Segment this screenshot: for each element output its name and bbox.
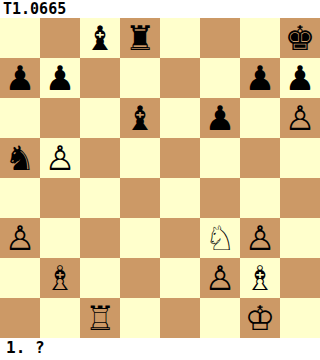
square-d5 [120, 138, 160, 178]
black-pawn-piece: ♟ [245, 58, 275, 98]
square-c3 [80, 218, 120, 258]
square-e5 [160, 138, 200, 178]
square-c4 [80, 178, 120, 218]
square-f1 [200, 298, 240, 338]
black-pawn-piece: ♟ [205, 98, 235, 138]
black-bishop-piece: ♝ [125, 98, 155, 138]
black-pawn-piece: ♟ [285, 58, 315, 98]
square-b2: ♗ [40, 258, 80, 298]
square-f4 [200, 178, 240, 218]
square-e3 [160, 218, 200, 258]
white-rook-piece: ♖ [85, 298, 115, 338]
square-a8 [0, 18, 40, 58]
black-pawn-piece: ♟ [45, 58, 75, 98]
square-a5: ♞ [0, 138, 40, 178]
square-c7 [80, 58, 120, 98]
square-g2: ♗ [240, 258, 280, 298]
black-pawn-piece: ♟ [5, 58, 35, 98]
square-c8: ♝ [80, 18, 120, 58]
square-a7: ♟ [0, 58, 40, 98]
square-f8 [200, 18, 240, 58]
square-a3: ♙ [0, 218, 40, 258]
square-h8: ♚ [280, 18, 320, 58]
white-pawn-piece: ♙ [45, 138, 75, 178]
square-b5: ♙ [40, 138, 80, 178]
square-a2 [0, 258, 40, 298]
square-d3 [120, 218, 160, 258]
square-e1 [160, 298, 200, 338]
square-d6: ♝ [120, 98, 160, 138]
square-h1 [280, 298, 320, 338]
square-c2 [80, 258, 120, 298]
black-bishop-piece: ♝ [85, 18, 115, 58]
square-b7: ♟ [40, 58, 80, 98]
square-g5 [240, 138, 280, 178]
square-a6 [0, 98, 40, 138]
puzzle-title: T1.0665 [0, 0, 320, 18]
square-b4 [40, 178, 80, 218]
square-g4 [240, 178, 280, 218]
square-d2 [120, 258, 160, 298]
chess-board: ♝♜♚♟♟♟♟♝♟♙♞♙♙♘♙♗♙♗♖♔ [0, 18, 320, 338]
white-knight-piece: ♘ [205, 218, 235, 258]
square-f5 [200, 138, 240, 178]
square-c6 [80, 98, 120, 138]
white-pawn-piece: ♙ [285, 98, 315, 138]
square-f3: ♘ [200, 218, 240, 258]
square-f7 [200, 58, 240, 98]
square-b3 [40, 218, 80, 258]
square-g6 [240, 98, 280, 138]
move-prompt: 1. ? [0, 338, 320, 360]
square-f6: ♟ [200, 98, 240, 138]
square-g7: ♟ [240, 58, 280, 98]
square-h3 [280, 218, 320, 258]
white-pawn-piece: ♙ [245, 218, 275, 258]
square-e2 [160, 258, 200, 298]
chess-diagram: T1.0665 ♝♜♚♟♟♟♟♝♟♙♞♙♙♘♙♗♙♗♖♔ 1. ? [0, 0, 320, 360]
square-h2 [280, 258, 320, 298]
square-f2: ♙ [200, 258, 240, 298]
square-d8: ♜ [120, 18, 160, 58]
white-bishop-piece: ♗ [245, 258, 275, 298]
black-knight-piece: ♞ [5, 138, 35, 178]
square-e4 [160, 178, 200, 218]
square-g1: ♔ [240, 298, 280, 338]
black-king-piece: ♚ [285, 18, 315, 58]
white-king-piece: ♔ [245, 298, 275, 338]
square-h7: ♟ [280, 58, 320, 98]
square-g3: ♙ [240, 218, 280, 258]
square-b6 [40, 98, 80, 138]
square-c1: ♖ [80, 298, 120, 338]
square-d4 [120, 178, 160, 218]
white-bishop-piece: ♗ [45, 258, 75, 298]
square-a4 [0, 178, 40, 218]
white-pawn-piece: ♙ [205, 258, 235, 298]
square-e7 [160, 58, 200, 98]
square-e6 [160, 98, 200, 138]
black-rook-piece: ♜ [125, 18, 155, 58]
square-c5 [80, 138, 120, 178]
square-a1 [0, 298, 40, 338]
square-b8 [40, 18, 80, 58]
square-g8 [240, 18, 280, 58]
square-h4 [280, 178, 320, 218]
square-d1 [120, 298, 160, 338]
square-b1 [40, 298, 80, 338]
square-d7 [120, 58, 160, 98]
square-e8 [160, 18, 200, 58]
white-pawn-piece: ♙ [5, 218, 35, 258]
square-h6: ♙ [280, 98, 320, 138]
square-h5 [280, 138, 320, 178]
